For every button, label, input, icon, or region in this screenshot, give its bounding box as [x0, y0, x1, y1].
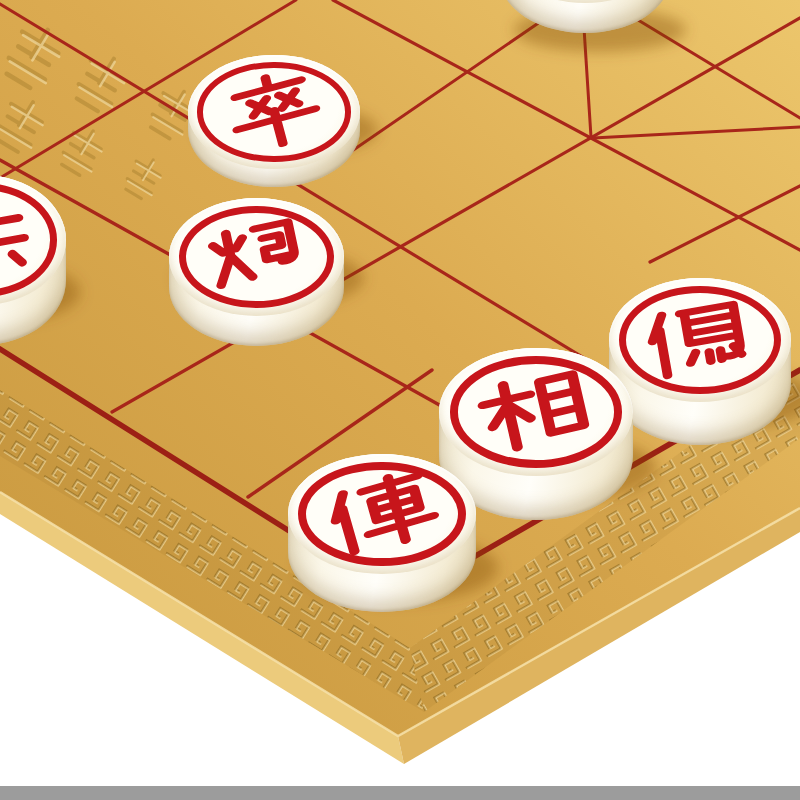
piece-face: 相 [439, 348, 633, 476]
piece-face: 傌 [609, 278, 791, 402]
xiangqi-photo-scene: 卒 炮 傌 [0, 0, 800, 800]
piece-face: 卒 [188, 55, 360, 169]
piece-face: 炮 [169, 198, 344, 316]
table-edge-strip [0, 786, 800, 800]
piece-face: 俥 [288, 454, 476, 574]
